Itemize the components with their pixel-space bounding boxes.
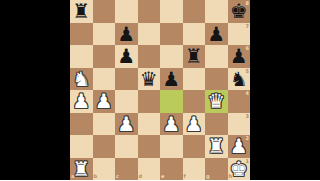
file-label-d: d [139,174,143,179]
black-rook-f6[interactable]: ♜ [185,46,203,66]
square-f1[interactable]: f [183,158,206,181]
square-d6[interactable] [138,45,161,68]
square-e1[interactable]: e [160,158,183,181]
square-h7[interactable]: 7 [228,23,251,46]
square-h8[interactable]: 8♚ [228,0,251,23]
white-pawn-c3[interactable]: ♟ [117,113,135,133]
square-d3[interactable] [138,113,161,136]
square-c7[interactable]: ♟ [115,23,138,46]
square-b6[interactable] [93,45,116,68]
square-c1[interactable]: c [115,158,138,181]
rank-label-3: 3 [246,114,249,119]
square-b7[interactable] [93,23,116,46]
white-rook-g2[interactable]: ♜ [207,136,225,156]
white-pawn-a4[interactable]: ♟ [72,91,90,111]
square-e8[interactable] [160,0,183,23]
square-c2[interactable] [115,135,138,158]
black-pawn-h6[interactable]: ♟ [230,46,248,66]
square-a2[interactable] [70,135,93,158]
square-g7[interactable]: ♟ [205,23,228,46]
square-e3[interactable]: ♟ [160,113,183,136]
square-a7[interactable] [70,23,93,46]
square-b3[interactable] [93,113,116,136]
square-h2[interactable]: 2♟ [228,135,251,158]
white-knight-a5[interactable]: ♞ [72,68,90,88]
rank-label-4: 4 [246,91,249,96]
square-d4[interactable] [138,90,161,113]
square-b5[interactable] [93,68,116,91]
black-knight-h5[interactable]: ♞ [230,68,248,88]
square-f6[interactable]: ♜ [183,45,206,68]
square-b8[interactable] [93,0,116,23]
white-queen-g4[interactable]: ♛ [207,91,225,111]
square-e6[interactable] [160,45,183,68]
black-rook-a8[interactable]: ♜ [72,1,90,21]
square-c3[interactable]: ♟ [115,113,138,136]
square-b2[interactable] [93,135,116,158]
square-g4[interactable]: ♛ [205,90,228,113]
square-e7[interactable] [160,23,183,46]
square-d7[interactable] [138,23,161,46]
chess-board: ♜8♚♟♟7♟♜6♟♞♛♟5♞♟♟♛4♟♟♟3♜2♟a♜bcdefg1h♚ [70,0,250,180]
square-a8[interactable]: ♜ [70,0,93,23]
square-h1[interactable]: 1h♚ [228,158,251,181]
white-pawn-h2[interactable]: ♟ [230,136,248,156]
screen-background: ♜8♚♟♟7♟♜6♟♞♛♟5♞♟♟♛4♟♟♟3♜2♟a♜bcdefg1h♚ [0,0,320,180]
file-label-f: f [184,174,186,179]
square-g6[interactable] [205,45,228,68]
square-g5[interactable] [205,68,228,91]
square-c5[interactable] [115,68,138,91]
square-f5[interactable] [183,68,206,91]
black-pawn-e5[interactable]: ♟ [162,68,180,88]
square-d1[interactable]: d [138,158,161,181]
black-king-h8[interactable]: ♚ [230,1,248,21]
file-label-e: e [161,174,164,179]
black-pawn-c6[interactable]: ♟ [117,46,135,66]
square-g1[interactable]: g [205,158,228,181]
square-a4[interactable]: ♟ [70,90,93,113]
rank-label-7: 7 [246,24,249,29]
file-label-b: b [94,174,98,179]
file-label-g: g [206,174,210,179]
square-e2[interactable] [160,135,183,158]
square-g3[interactable] [205,113,228,136]
square-h5[interactable]: 5♞ [228,68,251,91]
file-label-c: c [116,174,119,179]
square-a6[interactable] [70,45,93,68]
square-h4[interactable]: 4 [228,90,251,113]
black-pawn-g7[interactable]: ♟ [207,23,225,43]
white-pawn-b4[interactable]: ♟ [95,91,113,111]
square-b1[interactable]: b [93,158,116,181]
square-b4[interactable]: ♟ [93,90,116,113]
square-c4[interactable] [115,90,138,113]
square-d2[interactable] [138,135,161,158]
square-c6[interactable]: ♟ [115,45,138,68]
square-e5[interactable]: ♟ [160,68,183,91]
white-pawn-e3[interactable]: ♟ [162,113,180,133]
square-f4[interactable] [183,90,206,113]
black-queen-d5[interactable]: ♛ [140,68,158,88]
square-d5[interactable]: ♛ [138,68,161,91]
white-rook-a1[interactable]: ♜ [72,158,90,178]
square-f7[interactable] [183,23,206,46]
square-c8[interactable] [115,0,138,23]
square-d8[interactable] [138,0,161,23]
square-g8[interactable] [205,0,228,23]
square-e4[interactable] [160,90,183,113]
square-f3[interactable]: ♟ [183,113,206,136]
white-pawn-f3[interactable]: ♟ [185,113,203,133]
square-h6[interactable]: 6♟ [228,45,251,68]
square-f2[interactable] [183,135,206,158]
white-king-h1[interactable]: ♚ [230,158,248,178]
square-g2[interactable]: ♜ [205,135,228,158]
square-h3[interactable]: 3 [228,113,251,136]
black-pawn-c7[interactable]: ♟ [117,23,135,43]
square-f8[interactable] [183,0,206,23]
square-a1[interactable]: a♜ [70,158,93,181]
square-a3[interactable] [70,113,93,136]
square-a5[interactable]: ♞ [70,68,93,91]
